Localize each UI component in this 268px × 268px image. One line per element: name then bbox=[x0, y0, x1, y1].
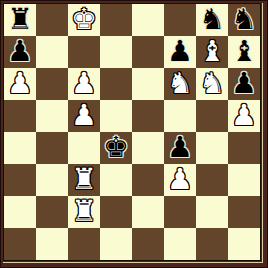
black-knight: ♞ bbox=[199, 4, 225, 35]
square-g4[interactable] bbox=[196, 132, 228, 164]
square-e2[interactable] bbox=[132, 196, 164, 228]
square-a7[interactable]: ♟ bbox=[4, 36, 36, 68]
square-a2[interactable] bbox=[4, 196, 36, 228]
square-h8[interactable]: ♞ bbox=[228, 4, 260, 36]
square-d3[interactable] bbox=[100, 164, 132, 196]
square-a8[interactable]: ♜ bbox=[4, 4, 36, 36]
black-bishop: ♝ bbox=[231, 36, 257, 67]
square-e4[interactable] bbox=[132, 132, 164, 164]
square-h6[interactable]: ♟ bbox=[228, 68, 260, 100]
square-d4[interactable]: ♚ bbox=[100, 132, 132, 164]
square-b6[interactable] bbox=[36, 68, 68, 100]
white-rook: ♜ bbox=[71, 164, 97, 195]
square-g1[interactable] bbox=[196, 228, 228, 260]
square-d6[interactable] bbox=[100, 68, 132, 100]
white-pawn: ♟ bbox=[167, 164, 193, 195]
square-b4[interactable] bbox=[36, 132, 68, 164]
square-c8[interactable]: ♚ bbox=[68, 4, 100, 36]
square-f1[interactable] bbox=[164, 228, 196, 260]
square-e8[interactable] bbox=[132, 4, 164, 36]
square-b7[interactable] bbox=[36, 36, 68, 68]
square-a4[interactable] bbox=[4, 132, 36, 164]
black-king: ♚ bbox=[103, 132, 129, 163]
square-a6[interactable]: ♟ bbox=[4, 68, 36, 100]
white-king: ♚ bbox=[71, 4, 97, 35]
square-c4[interactable] bbox=[68, 132, 100, 164]
white-pawn: ♟ bbox=[231, 100, 257, 131]
square-c7[interactable] bbox=[68, 36, 100, 68]
chess-board-window: ♜♚♞♞♟♟♝♝♟♟♞♞♟♟♟♚♟♜♟♜ bbox=[0, 0, 268, 268]
square-h3[interactable] bbox=[228, 164, 260, 196]
square-c2[interactable]: ♜ bbox=[68, 196, 100, 228]
square-h5[interactable]: ♟ bbox=[228, 100, 260, 132]
square-e3[interactable] bbox=[132, 164, 164, 196]
white-knight: ♞ bbox=[199, 68, 225, 99]
square-f7[interactable]: ♟ bbox=[164, 36, 196, 68]
square-b2[interactable] bbox=[36, 196, 68, 228]
square-g5[interactable] bbox=[196, 100, 228, 132]
square-d2[interactable] bbox=[100, 196, 132, 228]
white-bishop: ♝ bbox=[199, 36, 225, 67]
square-b1[interactable] bbox=[36, 228, 68, 260]
square-g7[interactable]: ♝ bbox=[196, 36, 228, 68]
frame-highlight-bottom bbox=[3, 262, 263, 263]
black-pawn: ♟ bbox=[167, 132, 193, 163]
square-h1[interactable] bbox=[228, 228, 260, 260]
square-b3[interactable] bbox=[36, 164, 68, 196]
square-b5[interactable] bbox=[36, 100, 68, 132]
square-a5[interactable] bbox=[4, 100, 36, 132]
white-pawn: ♟ bbox=[71, 100, 97, 131]
square-a1[interactable] bbox=[4, 228, 36, 260]
white-pawn: ♟ bbox=[7, 68, 33, 99]
square-g6[interactable]: ♞ bbox=[196, 68, 228, 100]
black-pawn: ♟ bbox=[231, 68, 257, 99]
square-e1[interactable] bbox=[132, 228, 164, 260]
square-f8[interactable] bbox=[164, 4, 196, 36]
square-f5[interactable] bbox=[164, 100, 196, 132]
square-h7[interactable]: ♝ bbox=[228, 36, 260, 68]
square-c6[interactable]: ♟ bbox=[68, 68, 100, 100]
square-g8[interactable]: ♞ bbox=[196, 4, 228, 36]
square-h2[interactable] bbox=[228, 196, 260, 228]
white-rook: ♜ bbox=[71, 196, 97, 227]
square-e6[interactable] bbox=[132, 68, 164, 100]
square-f3[interactable]: ♟ bbox=[164, 164, 196, 196]
black-rook: ♜ bbox=[7, 4, 33, 35]
square-d5[interactable] bbox=[100, 100, 132, 132]
square-e7[interactable] bbox=[132, 36, 164, 68]
square-a3[interactable] bbox=[4, 164, 36, 196]
black-knight: ♞ bbox=[231, 4, 257, 35]
black-pawn: ♟ bbox=[167, 36, 193, 67]
square-h4[interactable] bbox=[228, 132, 260, 164]
square-c3[interactable]: ♜ bbox=[68, 164, 100, 196]
square-c1[interactable] bbox=[68, 228, 100, 260]
square-e5[interactable] bbox=[132, 100, 164, 132]
square-c5[interactable]: ♟ bbox=[68, 100, 100, 132]
square-f6[interactable]: ♞ bbox=[164, 68, 196, 100]
white-knight: ♞ bbox=[167, 68, 193, 99]
square-g2[interactable] bbox=[196, 196, 228, 228]
square-b8[interactable] bbox=[36, 4, 68, 36]
square-d7[interactable] bbox=[100, 36, 132, 68]
frame-highlight-right bbox=[262, 3, 263, 263]
chess-board: ♜♚♞♞♟♟♝♝♟♟♞♞♟♟♟♚♟♜♟♜ bbox=[4, 4, 260, 260]
square-d1[interactable] bbox=[100, 228, 132, 260]
white-pawn: ♟ bbox=[71, 68, 97, 99]
square-g3[interactable] bbox=[196, 164, 228, 196]
square-f2[interactable] bbox=[164, 196, 196, 228]
square-d8[interactable] bbox=[100, 4, 132, 36]
square-f4[interactable]: ♟ bbox=[164, 132, 196, 164]
black-pawn: ♟ bbox=[7, 36, 33, 67]
